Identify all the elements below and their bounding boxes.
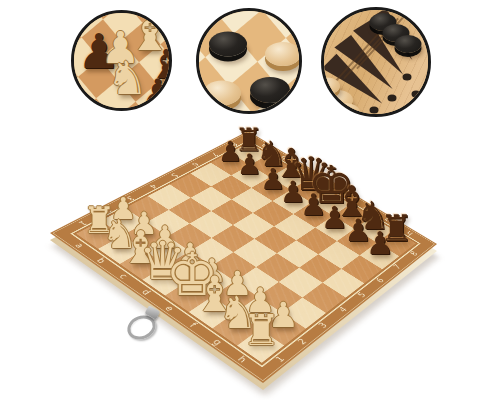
product-photo: ♟♟♞♝♝♟ aa88bb77cc66dd55ee44ff33gg22hh11 …	[0, 0, 500, 400]
chess-board: aa88bb77cc66dd55ee44ff33gg22hh11	[50, 131, 437, 383]
dark-checker-piece	[395, 35, 422, 53]
backgammon-point-tip-dot	[411, 91, 420, 98]
light-checker-piece	[323, 90, 353, 110]
backgammon-point-tip-dot	[387, 95, 396, 102]
backgammon-point-tip-dot	[403, 73, 412, 80]
light-checker-piece	[332, 103, 360, 117]
backgammon-point-tip-dot	[369, 106, 378, 113]
chess-closeup-board	[71, 10, 172, 111]
inset-chess-closeup: ♟♟♞♝♝♟	[71, 10, 172, 111]
dark-checker-piece	[250, 77, 290, 103]
light-checker-piece	[265, 42, 301, 66]
inset-checkers-closeup	[196, 8, 302, 114]
dark-checker-piece	[209, 32, 247, 57]
light-checker-piece	[203, 81, 241, 106]
inset-backgammon-closeup	[321, 7, 431, 117]
